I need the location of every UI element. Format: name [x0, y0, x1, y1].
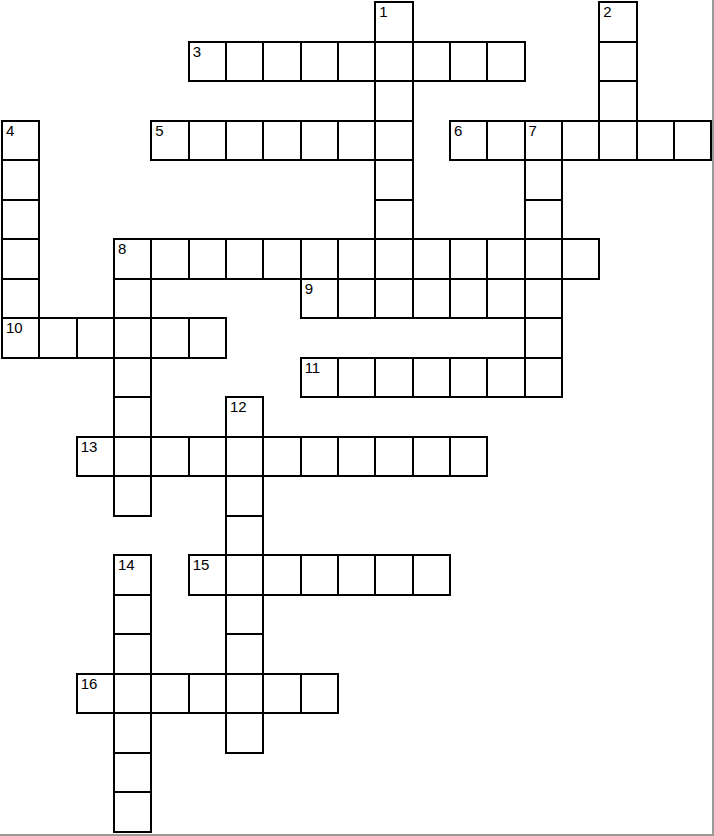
grid-cell-r17c8[interactable] [300, 673, 339, 715]
grid-cell-r11c5[interactable] [188, 436, 227, 478]
grid-cell-r15c6[interactable] [225, 594, 264, 636]
grid-cell-r2c16[interactable] [598, 80, 637, 122]
grid-cell-r3c6[interactable] [225, 120, 264, 162]
grid-cell-r11c4[interactable] [150, 436, 189, 478]
grid-cell-r7c0[interactable] [1, 278, 40, 320]
grid-cell-r8c5[interactable] [188, 317, 227, 359]
grid-cell-r4c0[interactable] [1, 159, 40, 201]
grid-cell-r3c14[interactable]: 7 [524, 120, 563, 162]
grid-cell-r7c8[interactable]: 9 [300, 278, 339, 320]
grid-cell-r17c4[interactable] [150, 673, 189, 715]
grid-cell-r10c3[interactable] [113, 396, 152, 438]
grid-cell-r0c16[interactable]: 2 [598, 1, 637, 43]
grid-cell-r3c8[interactable] [300, 120, 339, 162]
grid-cell-r7c12[interactable] [449, 278, 488, 320]
grid-cell-r5c14[interactable] [524, 199, 563, 241]
grid-cell-r17c7[interactable] [262, 673, 301, 715]
grid-cell-r19c3[interactable] [113, 752, 152, 794]
grid-cell-r1c10[interactable] [374, 41, 413, 83]
grid-cell-r1c9[interactable] [337, 41, 376, 83]
grid-cell-r11c6[interactable] [225, 436, 264, 478]
grid-cell-r1c5[interactable]: 3 [188, 41, 227, 83]
grid-cell-r1c6[interactable] [225, 41, 264, 83]
clue-number-13: 13 [81, 439, 98, 456]
grid-cell-r7c3[interactable] [113, 278, 152, 320]
grid-cell-r6c15[interactable] [561, 238, 600, 280]
grid-cell-r9c13[interactable] [486, 357, 525, 399]
grid-cell-r3c16[interactable] [598, 120, 637, 162]
grid-cell-r6c3[interactable]: 8 [113, 238, 152, 280]
grid-cell-r3c7[interactable] [262, 120, 301, 162]
grid-cell-r17c2[interactable]: 16 [76, 673, 115, 715]
grid-cell-r3c4[interactable]: 5 [150, 120, 189, 162]
clue-number-2: 2 [603, 4, 611, 21]
grid-cell-r1c8[interactable] [300, 41, 339, 83]
grid-cell-r7c11[interactable] [412, 278, 451, 320]
clue-number-16: 16 [81, 676, 98, 693]
grid-cell-r11c11[interactable] [412, 436, 451, 478]
clue-number-6: 6 [454, 123, 462, 140]
grid-cell-r6c7[interactable] [262, 238, 301, 280]
grid-cell-r17c5[interactable] [188, 673, 227, 715]
grid-cell-r3c18[interactable] [673, 120, 712, 162]
grid-cell-r5c0[interactable] [1, 199, 40, 241]
grid-cell-r3c0[interactable]: 4 [1, 120, 40, 162]
grid-cell-r3c12[interactable]: 6 [449, 120, 488, 162]
clue-number-8: 8 [118, 241, 126, 258]
grid-cell-r6c6[interactable] [225, 238, 264, 280]
clue-number-4: 4 [6, 123, 14, 140]
grid-cell-r6c4[interactable] [150, 238, 189, 280]
grid-cell-r6c0[interactable] [1, 238, 40, 280]
grid-cell-r9c3[interactable] [113, 357, 152, 399]
grid-cell-r20c3[interactable] [113, 791, 152, 833]
clue-number-15: 15 [193, 557, 210, 574]
grid-cell-r8c0[interactable]: 10 [1, 317, 40, 359]
grid-cell-r6c13[interactable] [486, 238, 525, 280]
grid-cell-r14c8[interactable] [300, 554, 339, 596]
grid-cell-r1c11[interactable] [412, 41, 451, 83]
clue-number-9: 9 [305, 281, 313, 298]
grid-cell-r3c13[interactable] [486, 120, 525, 162]
grid-cell-r5c10[interactable] [374, 199, 413, 241]
grid-cell-r9c14[interactable] [524, 357, 563, 399]
crossword-puzzle-page: 12345678910111213141516 [0, 0, 714, 836]
grid-cell-r3c9[interactable] [337, 120, 376, 162]
clue-number-12: 12 [230, 399, 247, 416]
clue-number-11: 11 [305, 360, 321, 377]
grid-cell-r17c3[interactable] [113, 673, 152, 715]
grid-cell-r7c10[interactable] [374, 278, 413, 320]
grid-cell-r3c10[interactable] [374, 120, 413, 162]
grid-cell-r11c3[interactable] [113, 436, 152, 478]
grid-cell-r4c14[interactable] [524, 159, 563, 201]
grid-cell-r6c9[interactable] [337, 238, 376, 280]
grid-cell-r14c3[interactable]: 14 [113, 554, 152, 596]
grid-cell-r18c6[interactable] [225, 712, 264, 754]
grid-cell-r2c10[interactable] [374, 80, 413, 122]
grid-cell-r14c9[interactable] [337, 554, 376, 596]
grid-cell-r6c8[interactable] [300, 238, 339, 280]
grid-cell-r16c6[interactable] [225, 633, 264, 675]
grid-cell-r14c10[interactable] [374, 554, 413, 596]
clue-number-7: 7 [529, 123, 537, 140]
grid-cell-r14c5[interactable]: 15 [188, 554, 227, 596]
grid-cell-r4c10[interactable] [374, 159, 413, 201]
grid-cell-r3c15[interactable] [561, 120, 600, 162]
clue-number-14: 14 [118, 557, 135, 574]
grid-cell-r6c10[interactable] [374, 238, 413, 280]
grid-cell-r8c3[interactable] [113, 317, 152, 359]
grid-cell-r1c12[interactable] [449, 41, 488, 83]
grid-cell-r14c6[interactable] [225, 554, 264, 596]
clue-number-10: 10 [6, 320, 23, 337]
grid-cell-r1c7[interactable] [262, 41, 301, 83]
grid-cell-r9c11[interactable] [412, 357, 451, 399]
grid-cell-r0c10[interactable]: 1 [374, 1, 413, 43]
grid-cell-r18c3[interactable] [113, 712, 152, 754]
grid-cell-r6c11[interactable] [412, 238, 451, 280]
grid-cell-r11c9[interactable] [337, 436, 376, 478]
grid-cell-r11c10[interactable] [374, 436, 413, 478]
grid-cell-r14c7[interactable] [262, 554, 301, 596]
grid-cell-r9c12[interactable] [449, 357, 488, 399]
grid-cell-r17c6[interactable] [225, 673, 264, 715]
grid-cell-r9c8[interactable]: 11 [300, 357, 339, 399]
grid-cell-r8c14[interactable] [524, 317, 563, 359]
clue-number-3: 3 [193, 44, 201, 61]
grid-cell-r11c12[interactable] [449, 436, 488, 478]
grid-cell-r8c2[interactable] [76, 317, 115, 359]
grid-cell-r6c14[interactable] [524, 238, 563, 280]
grid-cell-r7c14[interactable] [524, 278, 563, 320]
grid-cell-r12c3[interactable] [113, 475, 152, 517]
clue-number-5: 5 [155, 123, 163, 140]
grid-cell-r7c9[interactable] [337, 278, 376, 320]
grid-cell-r8c4[interactable] [150, 317, 189, 359]
clue-number-1: 1 [379, 4, 387, 21]
grid-cell-r10c6[interactable]: 12 [225, 396, 264, 438]
grid-cell-r13c6[interactable] [225, 515, 264, 557]
grid-cell-r1c16[interactable] [598, 41, 637, 83]
grid-cell-r9c10[interactable] [374, 357, 413, 399]
grid-cell-r3c5[interactable] [188, 120, 227, 162]
grid-cell-r16c3[interactable] [113, 633, 152, 675]
crossword-grid: 12345678910111213141516 [0, 0, 712, 834]
grid-cell-r14c11[interactable] [412, 554, 451, 596]
grid-cell-r15c3[interactable] [113, 594, 152, 636]
grid-cell-r12c6[interactable] [225, 475, 264, 517]
grid-cell-r6c12[interactable] [449, 238, 488, 280]
grid-cell-r11c2[interactable]: 13 [76, 436, 115, 478]
grid-cell-r11c7[interactable] [262, 436, 301, 478]
grid-cell-r8c1[interactable] [38, 317, 77, 359]
grid-cell-r3c17[interactable] [636, 120, 675, 162]
grid-cell-r6c5[interactable] [188, 238, 227, 280]
grid-cell-r9c9[interactable] [337, 357, 376, 399]
grid-cell-r1c13[interactable] [486, 41, 525, 83]
grid-cell-r7c13[interactable] [486, 278, 525, 320]
grid-cell-r11c8[interactable] [300, 436, 339, 478]
